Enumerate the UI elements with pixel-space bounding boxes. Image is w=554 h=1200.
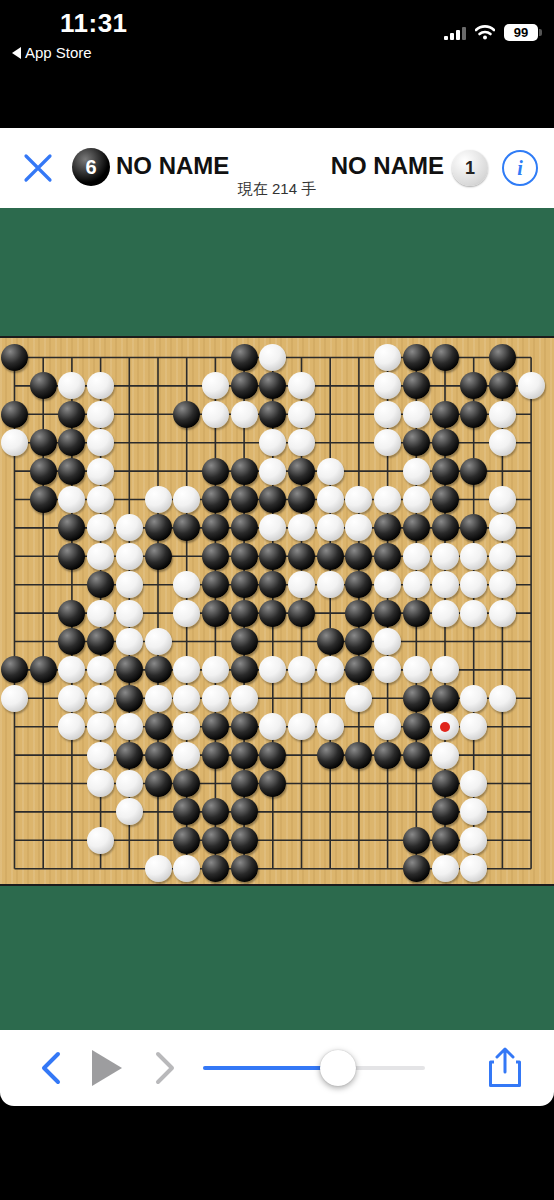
move-counter: 現在 214 手 xyxy=(0,180,554,199)
black-stone xyxy=(30,486,57,513)
black-stone xyxy=(403,344,430,371)
black-stone xyxy=(30,656,57,683)
white-stone xyxy=(288,429,315,456)
black-stone xyxy=(231,656,258,683)
white-stone xyxy=(460,685,487,712)
black-stone xyxy=(30,429,57,456)
black-stone xyxy=(374,543,401,570)
white-stone xyxy=(116,571,143,598)
white-stone xyxy=(403,401,430,428)
black-stone xyxy=(116,742,143,769)
black-stone xyxy=(231,628,258,655)
black-stone xyxy=(403,514,430,541)
step-forward-button[interactable] xyxy=(152,1050,178,1086)
battery-icon: 99 xyxy=(504,24,538,41)
black-stone xyxy=(145,770,172,797)
white-stone xyxy=(145,486,172,513)
game-header: 6 NO NAME NO NAME 1 現在 214 手 i xyxy=(0,128,554,208)
white-stone xyxy=(432,600,459,627)
cell-signal-icon xyxy=(444,26,466,40)
black-stone xyxy=(403,827,430,854)
white-stone xyxy=(403,571,430,598)
black-stone xyxy=(403,429,430,456)
white-stone xyxy=(460,600,487,627)
white-stone xyxy=(116,600,143,627)
black-stone xyxy=(145,656,172,683)
white-stone xyxy=(116,713,143,740)
black-stone xyxy=(30,458,57,485)
white-stone xyxy=(432,855,459,882)
bottom-letterbox xyxy=(0,1106,554,1200)
white-stone xyxy=(374,344,401,371)
white-stone xyxy=(87,543,114,570)
black-stone xyxy=(173,770,200,797)
black-stone xyxy=(403,600,430,627)
black-stone xyxy=(231,458,258,485)
white-stone xyxy=(145,685,172,712)
white-stone xyxy=(145,628,172,655)
white-stone xyxy=(460,827,487,854)
black-stone xyxy=(30,372,57,399)
black-stone xyxy=(288,600,315,627)
white-stone xyxy=(202,401,229,428)
black-stone xyxy=(145,742,172,769)
black-stone xyxy=(432,458,459,485)
white-stone xyxy=(116,770,143,797)
share-icon[interactable] xyxy=(488,1046,522,1088)
wifi-icon xyxy=(475,25,495,40)
black-stone xyxy=(58,458,85,485)
white-stone xyxy=(1,685,28,712)
white-stone xyxy=(288,401,315,428)
white-stone xyxy=(87,600,114,627)
black-stone xyxy=(374,600,401,627)
status-bar: 11:31 App Store 99 xyxy=(0,0,554,128)
black-stone xyxy=(231,600,258,627)
black-stone xyxy=(259,543,286,570)
white-stone xyxy=(403,458,430,485)
black-stone xyxy=(432,770,459,797)
white-stone xyxy=(317,486,344,513)
white-stone xyxy=(489,685,516,712)
black-stone xyxy=(288,486,315,513)
white-stone xyxy=(489,401,516,428)
black-stone xyxy=(173,401,200,428)
black-stone xyxy=(259,401,286,428)
black-stone xyxy=(345,742,372,769)
black-stone xyxy=(460,401,487,428)
black-stone xyxy=(202,571,229,598)
black-stone xyxy=(145,713,172,740)
move-slider-thumb[interactable] xyxy=(320,1050,356,1086)
black-stone xyxy=(288,543,315,570)
white-stone xyxy=(489,543,516,570)
black-stone xyxy=(145,543,172,570)
white-stone xyxy=(173,486,200,513)
white-stone xyxy=(202,685,229,712)
black-stone xyxy=(58,600,85,627)
black-stone xyxy=(432,827,459,854)
black-stone xyxy=(432,486,459,513)
white-stone xyxy=(116,543,143,570)
black-stone xyxy=(403,713,430,740)
black-stone xyxy=(231,770,258,797)
black-stone xyxy=(317,742,344,769)
status-icons: 99 xyxy=(444,24,538,41)
black-stone xyxy=(432,514,459,541)
white-stone xyxy=(288,713,315,740)
black-stone xyxy=(259,600,286,627)
black-stone xyxy=(489,344,516,371)
play-button[interactable] xyxy=(88,1048,124,1088)
black-stone xyxy=(231,798,258,825)
black-stone xyxy=(116,685,143,712)
black-stone xyxy=(432,429,459,456)
white-player-name: NO NAME xyxy=(331,152,444,180)
white-stone xyxy=(87,486,114,513)
black-stone xyxy=(202,742,229,769)
white-stone xyxy=(432,742,459,769)
back-to-app-store-link[interactable]: App Store xyxy=(12,44,92,61)
black-stone xyxy=(231,571,258,598)
white-stone xyxy=(116,628,143,655)
white-stone xyxy=(489,429,516,456)
move-slider-fill xyxy=(203,1066,338,1070)
black-stone xyxy=(345,600,372,627)
black-stone xyxy=(374,742,401,769)
black-stone xyxy=(202,600,229,627)
back-link-label: App Store xyxy=(25,44,92,61)
white-stone xyxy=(288,571,315,598)
black-stone xyxy=(403,372,430,399)
white-stone xyxy=(145,855,172,882)
white-stone xyxy=(231,401,258,428)
white-stone xyxy=(489,571,516,598)
go-board[interactable] xyxy=(0,336,554,886)
black-stone xyxy=(231,514,258,541)
black-stone xyxy=(403,685,430,712)
black-stone xyxy=(432,401,459,428)
white-stone xyxy=(518,372,545,399)
white-stone xyxy=(432,543,459,570)
white-stone xyxy=(317,514,344,541)
white-stone xyxy=(489,600,516,627)
black-stone xyxy=(259,742,286,769)
black-stone xyxy=(231,827,258,854)
white-stone xyxy=(432,656,459,683)
white-badge-number: 1 xyxy=(465,158,475,179)
black-stone xyxy=(231,372,258,399)
white-stone xyxy=(403,543,430,570)
white-stone xyxy=(87,458,114,485)
black-stone xyxy=(202,543,229,570)
black-stone xyxy=(345,543,372,570)
white-stone xyxy=(87,770,114,797)
white-stone xyxy=(432,571,459,598)
app-screen: 11:31 App Store 99 6 NO NAME NO NAME xyxy=(0,0,554,1200)
white-stone xyxy=(58,685,85,712)
black-stone xyxy=(202,486,229,513)
black-stone xyxy=(231,486,258,513)
black-stone xyxy=(317,543,344,570)
white-stone xyxy=(173,685,200,712)
move-slider[interactable] xyxy=(203,1066,425,1070)
white-stone xyxy=(317,571,344,598)
white-stone xyxy=(116,798,143,825)
black-stone xyxy=(202,855,229,882)
white-stone xyxy=(87,742,114,769)
white-stone xyxy=(173,742,200,769)
white-stone xyxy=(231,685,258,712)
clock-time: 11:31 xyxy=(60,8,128,39)
black-stone xyxy=(116,656,143,683)
black-stone xyxy=(403,855,430,882)
white-stone xyxy=(87,401,114,428)
black-stone xyxy=(202,713,229,740)
white-stone xyxy=(374,401,401,428)
black-stone xyxy=(58,401,85,428)
step-back-button[interactable] xyxy=(38,1050,64,1086)
black-stone xyxy=(231,742,258,769)
black-stone xyxy=(1,401,28,428)
black-stone xyxy=(403,742,430,769)
white-stone xyxy=(317,713,344,740)
black-stone xyxy=(202,458,229,485)
white-stone xyxy=(173,600,200,627)
back-triangle-icon xyxy=(12,47,21,59)
white-stone xyxy=(1,429,28,456)
black-stone xyxy=(460,458,487,485)
black-badge-number: 6 xyxy=(85,156,96,179)
white-stone xyxy=(87,685,114,712)
black-stone xyxy=(432,344,459,371)
black-stone xyxy=(317,628,344,655)
white-stone xyxy=(116,514,143,541)
last-move-marker xyxy=(440,722,450,732)
white-stone xyxy=(489,486,516,513)
black-stone xyxy=(1,344,28,371)
white-stone xyxy=(317,656,344,683)
white-stone xyxy=(403,656,430,683)
black-stone xyxy=(87,628,114,655)
white-stone xyxy=(345,685,372,712)
black-stone xyxy=(288,458,315,485)
info-icon[interactable]: i xyxy=(502,150,538,186)
white-stone xyxy=(87,827,114,854)
black-stone xyxy=(145,514,172,541)
black-stone xyxy=(231,344,258,371)
black-stone xyxy=(58,543,85,570)
white-stone xyxy=(317,458,344,485)
black-stone xyxy=(231,713,258,740)
playback-toolbar xyxy=(0,1030,554,1106)
black-stone xyxy=(231,543,258,570)
black-stone xyxy=(173,827,200,854)
white-stone xyxy=(374,628,401,655)
black-stone xyxy=(432,798,459,825)
black-stone xyxy=(231,855,258,882)
white-stone xyxy=(460,770,487,797)
white-stone xyxy=(259,458,286,485)
black-stone xyxy=(432,685,459,712)
white-stone xyxy=(403,486,430,513)
black-player-name: NO NAME xyxy=(116,152,229,180)
black-stone xyxy=(202,827,229,854)
white-stone xyxy=(460,543,487,570)
white-stone xyxy=(374,486,401,513)
